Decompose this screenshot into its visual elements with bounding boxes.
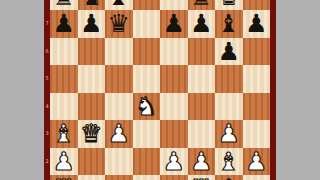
square-d8: [133, 0, 161, 10]
piece-white-pawn-g3: ♟: [215, 120, 243, 148]
square-h5: [243, 65, 271, 93]
square-d3: [133, 120, 161, 148]
square-f2: ♟: [188, 148, 216, 176]
square-a6: [50, 38, 78, 66]
square-d1: [133, 175, 161, 180]
square-a7: ♟: [50, 10, 78, 38]
square-g3: ♟: [215, 120, 243, 148]
square-a3: ♝: [50, 120, 78, 148]
piece-black-pawn-h7: ♟: [243, 10, 271, 38]
square-b6: [78, 38, 106, 66]
piece-black-pawn-e7: ♟: [160, 10, 188, 38]
square-b2: [78, 148, 106, 176]
square-f6: [188, 38, 216, 66]
square-e7: ♟: [160, 10, 188, 38]
square-g5: [215, 65, 243, 93]
square-h7: ♟: [243, 10, 271, 38]
piece-black-queen-c7: ♛: [105, 10, 133, 38]
piece-white-knight-d4: ♞: [133, 93, 161, 121]
chess-board-frame: 87654321 ♜♞♝♜♚♟♟♛♟♟♝♟♟♞♝♛♟♟♟♟♟♝♟♜♜♚: [44, 0, 276, 180]
square-e6: [160, 38, 188, 66]
piece-black-pawn-a7: ♟: [50, 10, 78, 38]
square-h6: [243, 38, 271, 66]
square-h3: [243, 120, 271, 148]
piece-white-king-g1: ♚: [215, 175, 243, 180]
square-f3: [188, 120, 216, 148]
square-h1: [243, 175, 271, 180]
square-c7: ♛: [105, 10, 133, 38]
square-g7: ♝: [215, 10, 243, 38]
piece-white-bishop-g2: ♝: [215, 148, 243, 176]
square-f1: ♜: [188, 175, 216, 180]
square-c3: ♟: [105, 120, 133, 148]
chess-board: ♜♞♝♜♚♟♟♛♟♟♝♟♟♞♝♛♟♟♟♟♟♝♟♜♜♚: [50, 0, 270, 180]
piece-white-rook-f1: ♜: [188, 175, 216, 180]
square-b4: [78, 93, 106, 121]
piece-black-bishop-g7: ♝: [215, 10, 243, 38]
square-g6: ♟: [215, 38, 243, 66]
square-c1: [105, 175, 133, 180]
piece-white-pawn-f2: ♟: [188, 148, 216, 176]
square-a5: [50, 65, 78, 93]
square-g1: ♚: [215, 175, 243, 180]
piece-white-pawn-a2: ♟: [50, 148, 78, 176]
square-f5: [188, 65, 216, 93]
piece-white-bishop-a3: ♝: [50, 120, 78, 148]
square-c5: [105, 65, 133, 93]
piece-black-pawn-g6: ♟: [215, 38, 243, 66]
piece-black-pawn-f7: ♟: [188, 10, 216, 38]
piece-black-pawn-b7: ♟: [78, 10, 106, 38]
square-d6: [133, 38, 161, 66]
square-e4: [160, 93, 188, 121]
square-d4: ♞: [133, 93, 161, 121]
square-f4: [188, 93, 216, 121]
piece-white-pawn-e2: ♟: [160, 148, 188, 176]
square-b7: ♟: [78, 10, 106, 38]
square-g2: ♝: [215, 148, 243, 176]
square-a2: ♟: [50, 148, 78, 176]
square-d5: [133, 65, 161, 93]
square-c6: [105, 38, 133, 66]
square-a4: [50, 93, 78, 121]
square-d2: [133, 148, 161, 176]
square-c2: [105, 148, 133, 176]
square-b1: [78, 175, 106, 180]
square-e1: [160, 175, 188, 180]
square-h2: ♟: [243, 148, 271, 176]
square-e5: [160, 65, 188, 93]
piece-white-pawn-h2: ♟: [243, 148, 271, 176]
square-g4: [215, 93, 243, 121]
square-b5: [78, 65, 106, 93]
square-b3: ♛: [78, 120, 106, 148]
square-e3: [160, 120, 188, 148]
square-h4: [243, 93, 271, 121]
square-e2: ♟: [160, 148, 188, 176]
square-f7: ♟: [188, 10, 216, 38]
square-a1: ♜: [50, 175, 78, 180]
piece-white-rook-a1: ♜: [50, 175, 78, 180]
square-c4: [105, 93, 133, 121]
piece-white-queen-b3: ♛: [78, 120, 106, 148]
square-d7: [133, 10, 161, 38]
piece-white-pawn-c3: ♟: [105, 120, 133, 148]
